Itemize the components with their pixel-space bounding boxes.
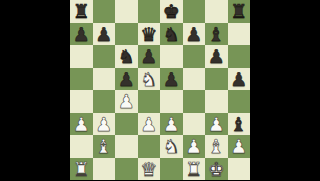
square-c4[interactable]: ♟: [115, 90, 138, 113]
square-e1[interactable]: [160, 158, 183, 181]
square-b6[interactable]: [93, 45, 116, 68]
piece-white-pawn[interactable]: ♟: [73, 113, 90, 136]
square-c8[interactable]: [115, 0, 138, 23]
square-c6[interactable]: ♞: [115, 45, 138, 68]
piece-white-queen[interactable]: ♛: [140, 158, 157, 181]
piece-white-pawn[interactable]: ♟: [118, 90, 135, 113]
piece-white-knight[interactable]: ♞: [140, 68, 157, 91]
square-f1[interactable]: ♜: [183, 158, 206, 181]
square-d7[interactable]: ♛: [138, 23, 161, 46]
piece-black-king[interactable]: ♚: [163, 0, 180, 23]
square-d4[interactable]: [138, 90, 161, 113]
piece-white-pawn[interactable]: ♟: [230, 135, 247, 158]
piece-black-pawn[interactable]: ♟: [208, 45, 225, 68]
square-e2[interactable]: ♞: [160, 135, 183, 158]
square-f6[interactable]: [183, 45, 206, 68]
piece-white-pawn[interactable]: ♟: [208, 113, 225, 136]
piece-white-pawn[interactable]: ♟: [140, 113, 157, 136]
piece-black-pawn[interactable]: ♟: [95, 23, 112, 46]
square-a7[interactable]: ♟: [70, 23, 93, 46]
square-h5[interactable]: ♟: [228, 68, 251, 91]
square-a2[interactable]: [70, 135, 93, 158]
piece-white-pawn[interactable]: ♟: [95, 113, 112, 136]
square-h8[interactable]: ♜: [228, 0, 251, 23]
square-f7[interactable]: ♟: [183, 23, 206, 46]
piece-black-pawn[interactable]: ♟: [185, 23, 202, 46]
piece-white-rook[interactable]: ♜: [185, 158, 202, 181]
square-b5[interactable]: [93, 68, 116, 91]
square-a5[interactable]: [70, 68, 93, 91]
chess-app-viewport: ♜♚♜♟♟♛♞♟♝♞♟♟♟♞♟♟♟♟♟♟♟♟♝♝♞♟♝♟♜♛♜♚: [0, 0, 320, 180]
piece-white-pawn[interactable]: ♟: [163, 113, 180, 136]
square-e7[interactable]: ♞: [160, 23, 183, 46]
square-e3[interactable]: ♟: [160, 113, 183, 136]
square-c7[interactable]: [115, 23, 138, 46]
square-a6[interactable]: [70, 45, 93, 68]
square-c1[interactable]: [115, 158, 138, 181]
piece-black-knight[interactable]: ♞: [118, 45, 135, 68]
square-h1[interactable]: [228, 158, 251, 181]
square-a8[interactable]: ♜: [70, 0, 93, 23]
square-d3[interactable]: ♟: [138, 113, 161, 136]
square-g7[interactable]: ♝: [205, 23, 228, 46]
square-c5[interactable]: ♟: [115, 68, 138, 91]
piece-black-queen[interactable]: ♛: [140, 23, 157, 46]
piece-black-knight[interactable]: ♞: [163, 23, 180, 46]
square-d5[interactable]: ♞: [138, 68, 161, 91]
piece-black-bishop[interactable]: ♝: [230, 113, 247, 136]
piece-white-pawn[interactable]: ♟: [185, 135, 202, 158]
square-g6[interactable]: ♟: [205, 45, 228, 68]
square-g1[interactable]: ♚: [205, 158, 228, 181]
square-b2[interactable]: ♝: [93, 135, 116, 158]
square-h2[interactable]: ♟: [228, 135, 251, 158]
square-g3[interactable]: ♟: [205, 113, 228, 136]
piece-black-pawn[interactable]: ♟: [140, 45, 157, 68]
square-f5[interactable]: [183, 68, 206, 91]
square-f3[interactable]: [183, 113, 206, 136]
piece-white-rook[interactable]: ♜: [73, 158, 90, 181]
square-b4[interactable]: [93, 90, 116, 113]
letterbox-left: [0, 0, 70, 180]
letterbox-right: [250, 0, 320, 180]
square-e4[interactable]: [160, 90, 183, 113]
square-f8[interactable]: [183, 0, 206, 23]
square-h6[interactable]: [228, 45, 251, 68]
square-h4[interactable]: [228, 90, 251, 113]
square-b1[interactable]: [93, 158, 116, 181]
square-g8[interactable]: [205, 0, 228, 23]
piece-white-king[interactable]: ♚: [208, 158, 225, 181]
piece-white-knight[interactable]: ♞: [163, 135, 180, 158]
square-c2[interactable]: [115, 135, 138, 158]
piece-black-pawn[interactable]: ♟: [230, 68, 247, 91]
chess-board[interactable]: ♜♚♜♟♟♛♞♟♝♞♟♟♟♞♟♟♟♟♟♟♟♟♝♝♞♟♝♟♜♛♜♚: [70, 0, 250, 180]
square-a1[interactable]: ♜: [70, 158, 93, 181]
square-d6[interactable]: ♟: [138, 45, 161, 68]
square-g5[interactable]: [205, 68, 228, 91]
piece-black-rook[interactable]: ♜: [230, 0, 247, 23]
square-a4[interactable]: [70, 90, 93, 113]
square-c3[interactable]: [115, 113, 138, 136]
square-b8[interactable]: [93, 0, 116, 23]
square-d8[interactable]: [138, 0, 161, 23]
square-a3[interactable]: ♟: [70, 113, 93, 136]
square-h3[interactable]: ♝: [228, 113, 251, 136]
square-e5[interactable]: ♟: [160, 68, 183, 91]
square-e6[interactable]: [160, 45, 183, 68]
piece-black-bishop[interactable]: ♝: [208, 23, 225, 46]
square-f2[interactable]: ♟: [183, 135, 206, 158]
piece-black-pawn[interactable]: ♟: [73, 23, 90, 46]
piece-black-pawn[interactable]: ♟: [118, 68, 135, 91]
piece-white-bishop[interactable]: ♝: [208, 135, 225, 158]
square-e8[interactable]: ♚: [160, 0, 183, 23]
square-g4[interactable]: [205, 90, 228, 113]
square-h7[interactable]: [228, 23, 251, 46]
square-f4[interactable]: [183, 90, 206, 113]
piece-black-pawn[interactable]: ♟: [163, 68, 180, 91]
square-b3[interactable]: ♟: [93, 113, 116, 136]
piece-black-rook[interactable]: ♜: [73, 0, 90, 23]
piece-white-bishop[interactable]: ♝: [95, 135, 112, 158]
square-d2[interactable]: [138, 135, 161, 158]
square-d1[interactable]: ♛: [138, 158, 161, 181]
square-g2[interactable]: ♝: [205, 135, 228, 158]
square-b7[interactable]: ♟: [93, 23, 116, 46]
